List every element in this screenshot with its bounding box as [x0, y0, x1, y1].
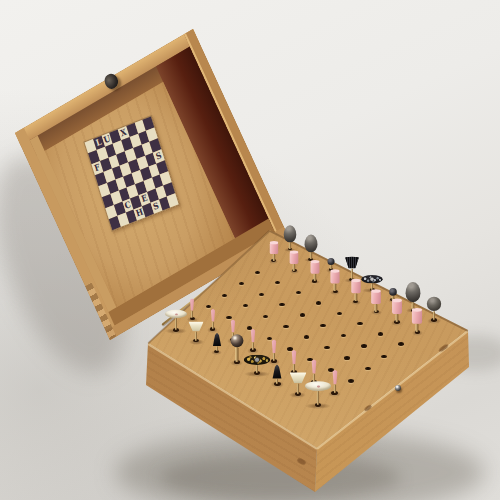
pink-taper-point-icon: [249, 329, 257, 342]
mandrel-shank: [293, 264, 295, 271]
hole-f4[interactable]: [324, 346, 330, 350]
piece-white-queen-d1--dark-polished-ball[interactable]: [230, 334, 243, 362]
piece-black-knight-b8--grey-egg-stone[interactable]: [304, 235, 317, 259]
white-felt-wheel-icon: [305, 381, 331, 391]
mandrel-shank: [333, 384, 336, 392]
grey-egg-stone-icon: [406, 282, 421, 302]
piece-black-pawn-b7--pink-cylinder[interactable]: [290, 251, 299, 271]
small-black-ball-icon: [328, 258, 335, 265]
black-cup-brush-icon: [344, 257, 360, 269]
piece-white-pawn-d2--pink-taper-point[interactable]: [249, 329, 257, 350]
white-felt-cup-icon: [189, 320, 204, 331]
pink-cylinder-icon: [392, 299, 402, 313]
mandrel-shank: [355, 294, 357, 302]
piece-black-pawn-e7--pink-cylinder[interactable]: [351, 280, 360, 301]
pink-taper-point-icon: [330, 370, 338, 385]
hole-a4[interactable]: [222, 294, 227, 297]
gold-wire-brush-wheel-icon: [244, 355, 270, 365]
piece-black-knight-g8--grey-egg-stone[interactable]: [406, 282, 421, 310]
pink-taper-point-icon: [189, 299, 196, 311]
piece-white-rook-h1--white-felt-wheel[interactable]: [305, 381, 331, 405]
grey-egg-stone-icon: [284, 225, 297, 242]
mandrel-shank: [310, 252, 312, 259]
hole-f6[interactable]: [357, 322, 362, 325]
piece-white-pawn-e2--pink-taper-point[interactable]: [270, 339, 278, 361]
white-felt-cup-icon: [289, 371, 306, 384]
piece-white-pawn-b2--pink-taper-point[interactable]: [209, 309, 216, 329]
mandrel-shank: [416, 324, 418, 332]
mandrel-shank: [175, 318, 177, 330]
piece-black-pawn-a7--pink-cylinder[interactable]: [269, 241, 277, 260]
pink-cylinder-icon: [351, 280, 360, 294]
hole-a5[interactable]: [239, 282, 244, 285]
piece-black-pawn-c7--pink-cylinder[interactable]: [310, 261, 319, 281]
mandrel-shank: [252, 343, 254, 351]
piece-white-pawn-g2--pink-taper-point[interactable]: [310, 359, 318, 382]
mandrel-shank: [191, 311, 193, 318]
hole-b6[interactable]: [275, 281, 280, 284]
board-layer: [0, 0, 500, 500]
piece-white-bishop-c1--black-rubber-point[interactable]: [212, 333, 222, 351]
piece-white-bishop-f1--black-rubber-point[interactable]: [272, 364, 282, 384]
hole-b4[interactable]: [243, 304, 248, 307]
hole-g4[interactable]: [344, 356, 350, 360]
pink-cylinder-icon: [269, 241, 277, 253]
piece-white-pawn-f2--pink-taper-point[interactable]: [290, 349, 298, 371]
piece-white-king-e1--gold-wire-brush-wheel[interactable]: [244, 355, 270, 373]
mandrel-shank: [375, 304, 377, 312]
pink-cylinder-icon: [412, 309, 422, 324]
hole-c5[interactable]: [279, 303, 284, 306]
hole-b5[interactable]: [259, 293, 264, 296]
mandrel-shank: [276, 378, 279, 383]
hole-e6[interactable]: [337, 312, 342, 315]
black-rubber-point-icon: [212, 333, 222, 347]
mandrel-shank: [296, 384, 299, 395]
grey-ball-stone-icon: [427, 297, 441, 311]
hole-h6[interactable]: [398, 342, 404, 346]
hole-e5[interactable]: [320, 324, 325, 327]
hole-h4[interactable]: [365, 367, 371, 371]
flux-chess-photo: LUXFSCEHS: [0, 0, 500, 500]
white-felt-wheel-icon: [165, 310, 187, 318]
mandrel-shank: [272, 353, 275, 361]
mandrel-shank: [314, 274, 316, 281]
hole-d6[interactable]: [316, 301, 321, 304]
mandrel-shank: [273, 254, 275, 261]
hole-h3[interactable]: [348, 379, 354, 383]
piece-white-knight-g1--white-felt-cup[interactable]: [289, 371, 306, 394]
piece-white-pawn-a2--pink-taper-point[interactable]: [189, 299, 196, 319]
pink-taper-point-icon: [229, 319, 237, 332]
piece-black-rook-a8--grey-egg-stone[interactable]: [284, 225, 297, 249]
pink-cylinder-icon: [372, 290, 382, 304]
hole-c6[interactable]: [296, 291, 301, 294]
piece-black-pawn-g7--pink-cylinder[interactable]: [392, 299, 402, 322]
pink-cylinder-icon: [290, 251, 299, 264]
piece-white-pawn-h2--pink-taper-point[interactable]: [330, 370, 338, 393]
small-black-ball-icon: [389, 288, 397, 296]
hole-d4[interactable]: [283, 325, 288, 328]
piece-white-rook-a1--white-felt-wheel[interactable]: [165, 310, 187, 330]
piece-black-pawn-f7--pink-cylinder[interactable]: [372, 290, 382, 312]
hole-c4[interactable]: [263, 315, 268, 318]
piece-white-knight-b1--white-felt-cup[interactable]: [189, 320, 204, 341]
grey-egg-stone-icon: [304, 235, 317, 253]
mandrel-shank: [211, 322, 213, 329]
mandrel-shank: [195, 331, 197, 340]
black-rubber-point-icon: [272, 364, 282, 379]
pink-taper-point-icon: [310, 359, 318, 373]
steel-wire-brush-wheel-icon: [362, 275, 384, 283]
piece-black-pawn-d7--pink-cylinder[interactable]: [331, 270, 340, 291]
piece-black-pawn-h7--pink-cylinder[interactable]: [412, 309, 422, 332]
hole-h5[interactable]: [381, 355, 387, 359]
hole-a6[interactable]: [255, 271, 260, 274]
mandrel-shank: [396, 314, 398, 322]
hole-g5[interactable]: [361, 344, 367, 348]
hole-e4[interactable]: [304, 335, 310, 339]
pink-cylinder-icon: [331, 270, 340, 283]
mandrel-shank: [433, 311, 435, 320]
pink-taper-point-icon: [209, 309, 216, 322]
piece-black-king-e8--steel-wire-brush-wheel[interactable]: [362, 275, 384, 290]
mandrel-shank: [236, 347, 239, 362]
hole-d5[interactable]: [300, 313, 305, 316]
mandrel-shank: [334, 284, 336, 291]
mandrel-shank: [317, 391, 320, 405]
mandrel-shank: [256, 365, 259, 373]
piece-black-bishop-c8--small-black-ball[interactable]: [328, 258, 335, 269]
dark-polished-ball-icon: [230, 334, 243, 347]
mandrel-shank: [215, 347, 218, 352]
hole-f5[interactable]: [341, 334, 347, 338]
piece-black-rook-h8--grey-ball-stone[interactable]: [427, 297, 441, 320]
hole-g6[interactable]: [378, 332, 384, 336]
mandrel-shank: [351, 269, 353, 279]
pink-taper-point-icon: [270, 339, 278, 353]
mandrel-shank: [289, 242, 291, 249]
pink-taper-point-icon: [290, 349, 298, 363]
pink-cylinder-icon: [310, 261, 319, 274]
piece-black-queen-d8--black-cup-brush[interactable]: [344, 257, 360, 280]
